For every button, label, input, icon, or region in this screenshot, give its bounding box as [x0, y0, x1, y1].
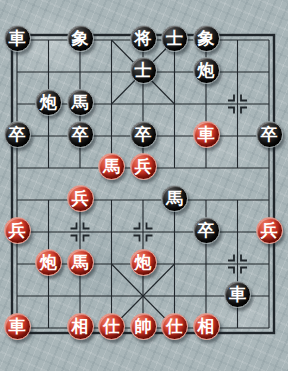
- piece-red-soldier[interactable]: 兵: [67, 185, 94, 212]
- piece-glyph: 兵: [135, 158, 152, 175]
- piece-glyph: 帥: [135, 318, 152, 335]
- piece-black-chariot[interactable]: 車: [4, 25, 31, 52]
- piece-glyph: 車: [229, 286, 246, 303]
- piece-glyph: 卒: [9, 126, 26, 143]
- piece-glyph: 相: [72, 318, 89, 335]
- piece-glyph: 卒: [261, 126, 278, 143]
- piece-glyph: 士: [166, 30, 183, 47]
- piece-glyph: 兵: [9, 222, 26, 239]
- piece-black-soldier[interactable]: 卒: [67, 121, 94, 148]
- piece-red-soldier[interactable]: 兵: [130, 153, 157, 180]
- piece-black-general[interactable]: 将: [130, 25, 157, 52]
- piece-black-soldier[interactable]: 卒: [193, 217, 220, 244]
- piece-glyph: 士: [135, 62, 152, 79]
- piece-glyph: 相: [198, 318, 215, 335]
- piece-glyph: 兵: [72, 190, 89, 207]
- piece-black-advisor[interactable]: 士: [130, 57, 157, 84]
- piece-glyph: 仕: [166, 318, 183, 335]
- piece-glyph: 仕: [103, 318, 120, 335]
- piece-red-general[interactable]: 帥: [130, 313, 157, 340]
- piece-glyph: 炮: [40, 94, 57, 111]
- piece-red-soldier[interactable]: 兵: [256, 217, 283, 244]
- piece-black-elephant[interactable]: 象: [193, 25, 220, 52]
- piece-glyph: 卒: [135, 126, 152, 143]
- piece-glyph: 炮: [198, 62, 215, 79]
- piece-glyph: 卒: [72, 126, 89, 143]
- piece-glyph: 象: [198, 30, 215, 47]
- piece-glyph: 車: [198, 126, 215, 143]
- piece-black-chariot[interactable]: 車: [224, 281, 251, 308]
- piece-glyph: 炮: [135, 254, 152, 271]
- piece-glyph: 車: [9, 30, 26, 47]
- piece-glyph: 馬: [103, 158, 120, 175]
- piece-red-chariot[interactable]: 車: [193, 121, 220, 148]
- piece-red-horse[interactable]: 馬: [98, 153, 125, 180]
- piece-glyph: 馬: [72, 254, 89, 271]
- piece-glyph: 馬: [166, 190, 183, 207]
- piece-glyph: 卒: [198, 222, 215, 239]
- piece-red-cannon[interactable]: 炮: [35, 249, 62, 276]
- piece-red-elephant[interactable]: 相: [67, 313, 94, 340]
- piece-black-horse[interactable]: 馬: [67, 89, 94, 116]
- piece-glyph: 象: [72, 30, 89, 47]
- piece-red-soldier[interactable]: 兵: [4, 217, 31, 244]
- piece-black-soldier[interactable]: 卒: [4, 121, 31, 148]
- piece-black-soldier[interactable]: 卒: [130, 121, 157, 148]
- piece-red-elephant[interactable]: 相: [193, 313, 220, 340]
- piece-glyph: 兵: [261, 222, 278, 239]
- piece-red-horse[interactable]: 馬: [67, 249, 94, 276]
- piece-red-cannon[interactable]: 炮: [130, 249, 157, 276]
- piece-red-advisor[interactable]: 仕: [98, 313, 125, 340]
- piece-black-soldier[interactable]: 卒: [256, 121, 283, 148]
- piece-glyph: 炮: [40, 254, 57, 271]
- piece-black-advisor[interactable]: 士: [161, 25, 188, 52]
- piece-glyph: 将: [135, 30, 152, 47]
- piece-black-horse[interactable]: 馬: [161, 185, 188, 212]
- xiangqi-board: 車象将士象士炮炮馬卒卒卒車卒馬兵兵馬兵卒兵炮馬炮車車相仕帥仕相: [0, 0, 288, 371]
- piece-glyph: 馬: [72, 94, 89, 111]
- piece-red-chariot[interactable]: 車: [4, 313, 31, 340]
- piece-glyph: 車: [9, 318, 26, 335]
- piece-red-advisor[interactable]: 仕: [161, 313, 188, 340]
- piece-black-cannon[interactable]: 炮: [35, 89, 62, 116]
- piece-black-elephant[interactable]: 象: [67, 25, 94, 52]
- piece-black-cannon[interactable]: 炮: [193, 57, 220, 84]
